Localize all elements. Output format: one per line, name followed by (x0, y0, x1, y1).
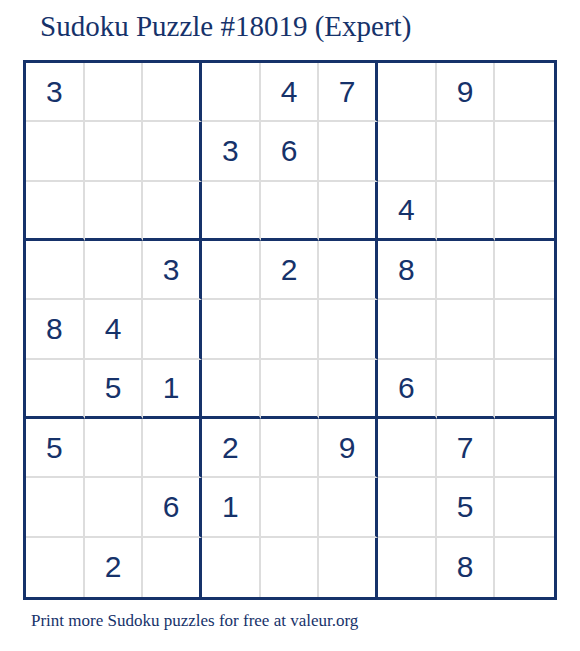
cell-r9c3-empty (143, 538, 202, 597)
cell-r7c9-empty (495, 419, 554, 478)
cell-r4c5-given: 2 (261, 241, 320, 300)
cell-r3c4-empty (202, 182, 261, 241)
cell-r9c5-empty (261, 538, 320, 597)
sudoku-board: 347936432884516529761528 (23, 60, 557, 600)
cell-r5c1-given: 8 (26, 300, 85, 359)
cell-r5c2-given: 4 (85, 300, 144, 359)
cell-r3c7-given: 4 (378, 182, 437, 241)
cell-r6c6-empty (319, 360, 378, 419)
page-title: Sudoku Puzzle #18019 (Expert) (40, 10, 411, 43)
cell-r3c9-empty (495, 182, 554, 241)
cell-r4c6-empty (319, 241, 378, 300)
cell-r5c8-empty (437, 300, 496, 359)
cell-r3c1-empty (26, 182, 85, 241)
cell-r8c9-empty (495, 478, 554, 537)
cell-r1c5-given: 4 (261, 63, 320, 122)
cell-r5c9-empty (495, 300, 554, 359)
cell-r4c8-empty (437, 241, 496, 300)
cell-r6c5-empty (261, 360, 320, 419)
cell-r6c7-given: 6 (378, 360, 437, 419)
cell-r8c1-empty (26, 478, 85, 537)
cell-r4c1-empty (26, 241, 85, 300)
cell-r8c2-empty (85, 478, 144, 537)
cell-r3c2-empty (85, 182, 144, 241)
cell-r5c7-empty (378, 300, 437, 359)
cell-r4c9-empty (495, 241, 554, 300)
cell-r2c7-empty (378, 122, 437, 181)
cell-r4c7-given: 8 (378, 241, 437, 300)
cell-r6c1-empty (26, 360, 85, 419)
cell-r6c9-empty (495, 360, 554, 419)
cell-r5c3-empty (143, 300, 202, 359)
cell-r1c7-empty (378, 63, 437, 122)
cell-r6c8-empty (437, 360, 496, 419)
cell-r7c8-given: 7 (437, 419, 496, 478)
cell-r5c4-empty (202, 300, 261, 359)
cell-r7c5-empty (261, 419, 320, 478)
cell-r6c4-empty (202, 360, 261, 419)
cell-r7c2-empty (85, 419, 144, 478)
cell-r9c4-empty (202, 538, 261, 597)
cell-r2c6-empty (319, 122, 378, 181)
cell-r7c6-given: 9 (319, 419, 378, 478)
cell-r8c7-empty (378, 478, 437, 537)
cell-r1c8-given: 9 (437, 63, 496, 122)
cell-r9c7-empty (378, 538, 437, 597)
cell-r8c6-empty (319, 478, 378, 537)
cell-r2c1-empty (26, 122, 85, 181)
cell-r1c1-given: 3 (26, 63, 85, 122)
cell-r2c5-given: 6 (261, 122, 320, 181)
cell-r8c8-given: 5 (437, 478, 496, 537)
cell-r2c3-empty (143, 122, 202, 181)
cell-r9c2-given: 2 (85, 538, 144, 597)
cell-r7c3-empty (143, 419, 202, 478)
cell-r6c3-given: 1 (143, 360, 202, 419)
cell-r2c2-empty (85, 122, 144, 181)
cell-r9c6-empty (319, 538, 378, 597)
cell-r4c4-empty (202, 241, 261, 300)
cell-r3c8-empty (437, 182, 496, 241)
cell-r2c4-given: 3 (202, 122, 261, 181)
cell-r1c3-empty (143, 63, 202, 122)
cell-r4c3-given: 3 (143, 241, 202, 300)
cell-r1c6-given: 7 (319, 63, 378, 122)
cell-r1c4-empty (202, 63, 261, 122)
cell-r4c2-empty (85, 241, 144, 300)
cell-r3c3-empty (143, 182, 202, 241)
cell-r5c6-empty (319, 300, 378, 359)
footer-text: Print more Sudoku puzzles for free at va… (31, 611, 358, 631)
cell-r9c8-given: 8 (437, 538, 496, 597)
cell-r1c2-empty (85, 63, 144, 122)
cell-r8c5-empty (261, 478, 320, 537)
cell-r3c5-empty (261, 182, 320, 241)
cell-r6c2-given: 5 (85, 360, 144, 419)
cell-r5c5-empty (261, 300, 320, 359)
cell-r9c9-empty (495, 538, 554, 597)
sudoku-page: Sudoku Puzzle #18019 (Expert) 3479364328… (0, 0, 580, 651)
cell-r8c4-given: 1 (202, 478, 261, 537)
cell-r2c8-empty (437, 122, 496, 181)
cell-r2c9-empty (495, 122, 554, 181)
cell-r7c7-empty (378, 419, 437, 478)
cell-r1c9-empty (495, 63, 554, 122)
cell-r7c4-given: 2 (202, 419, 261, 478)
cell-r9c1-empty (26, 538, 85, 597)
cell-r7c1-given: 5 (26, 419, 85, 478)
cell-r8c3-given: 6 (143, 478, 202, 537)
cell-r3c6-empty (319, 182, 378, 241)
